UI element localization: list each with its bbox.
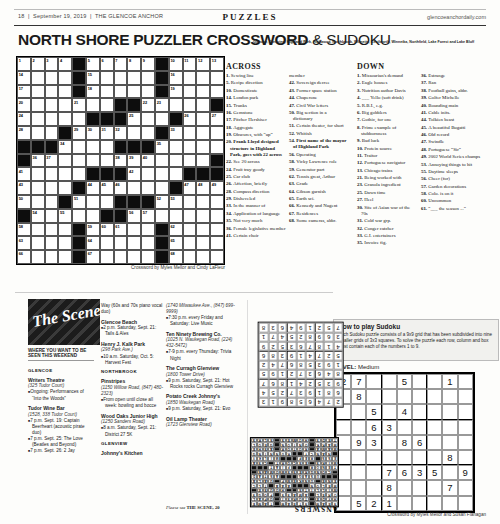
- crossword-cell[interactable]: [141, 112, 155, 126]
- crossword-cell[interactable]: [169, 154, 183, 168]
- crossword-cell[interactable]: [45, 236, 59, 250]
- crossword-cell[interactable]: [58, 71, 72, 85]
- crossword-cell[interactable]: 48: [196, 181, 210, 195]
- sudoku-cell[interactable]: [458, 496, 473, 511]
- sudoku-cell[interactable]: [351, 480, 366, 495]
- sudoku-cell[interactable]: [382, 435, 397, 450]
- crossword-cell[interactable]: [45, 250, 59, 264]
- answer-letter-cell: R: [257, 438, 263, 443]
- crossword-cell[interactable]: 30: [86, 126, 100, 140]
- scene-region: NORTHBROOK: [101, 369, 163, 375]
- crossword-cell[interactable]: 62: [169, 223, 183, 237]
- sudoku-cell[interactable]: [442, 465, 457, 480]
- crossword-cell[interactable]: [45, 85, 59, 99]
- crossword-cell[interactable]: [100, 154, 114, 168]
- crossword-cell[interactable]: [196, 98, 210, 112]
- crossword-cell[interactable]: 32: [114, 126, 128, 140]
- black-cell: [100, 209, 114, 223]
- black-cell: [155, 223, 169, 237]
- clue: 28. Compass direction: [226, 189, 286, 195]
- clue: 41. Certain choir: [226, 233, 286, 239]
- crossword-cell[interactable]: [45, 209, 59, 223]
- sudoku-cell[interactable]: [458, 404, 473, 419]
- crossword-cell[interactable]: [183, 126, 197, 140]
- crossword-cell[interactable]: [100, 250, 114, 264]
- crossword-cell[interactable]: [58, 223, 72, 237]
- crossword-cell[interactable]: [141, 236, 155, 250]
- clue: 16. Gemstone: [226, 110, 286, 116]
- crossword-cell[interactable]: [196, 71, 210, 85]
- crossword-cell[interactable]: [114, 85, 128, 99]
- crossword-cell[interactable]: [196, 154, 210, 168]
- crossword-cell[interactable]: 11: [183, 57, 197, 71]
- crossword-cell[interactable]: [31, 126, 45, 140]
- crossword-cell[interactable]: [114, 71, 128, 85]
- sudoku-cell[interactable]: [412, 450, 427, 465]
- sudoku-cell[interactable]: [366, 465, 381, 480]
- sudoku-cell[interactable]: [366, 374, 381, 389]
- sudoku-cell: 6: [296, 342, 305, 351]
- crossword-cell[interactable]: [72, 167, 86, 181]
- sudoku-cell: 5: [324, 323, 333, 332]
- crossword-cell[interactable]: 65: [169, 236, 183, 250]
- crossword-cell[interactable]: [127, 71, 141, 85]
- crossword-cell[interactable]: [58, 167, 72, 181]
- answer-letter-cell: L: [315, 488, 321, 493]
- sudoku-cell[interactable]: [427, 404, 442, 419]
- crossword-cell[interactable]: [86, 98, 100, 112]
- black-cell: [114, 195, 128, 209]
- crossword-cell[interactable]: 6: [100, 57, 114, 71]
- crossword-cell[interactable]: 63: [17, 236, 31, 250]
- crossword-cell[interactable]: [86, 195, 100, 209]
- crossword-cell[interactable]: 8: [127, 57, 141, 71]
- crossword-cell[interactable]: [210, 140, 224, 154]
- answer-black-cell: [286, 474, 292, 479]
- crossword-cell[interactable]: 42: [127, 167, 141, 181]
- sudoku-cell[interactable]: [397, 389, 412, 404]
- crossword-cell[interactable]: [196, 250, 210, 264]
- crossword-cell[interactable]: 50: [17, 195, 31, 209]
- crossword-cell[interactable]: [183, 85, 197, 99]
- sudoku-cell[interactable]: [351, 420, 366, 435]
- crossword-cell[interactable]: 10: [169, 57, 183, 71]
- sudoku-cell: 2: [287, 369, 296, 378]
- answer-letter-cell: T: [263, 474, 269, 479]
- crossword-cell[interactable]: [210, 209, 224, 223]
- crossword-cell[interactable]: [183, 209, 197, 223]
- crossword-cell[interactable]: [210, 85, 224, 99]
- crossword-cell[interactable]: 39: [127, 154, 141, 168]
- crossword-cell[interactable]: [72, 209, 86, 223]
- crossword-cell[interactable]: [169, 140, 183, 154]
- sudoku-cell[interactable]: [458, 480, 473, 495]
- sudoku-cell[interactable]: [427, 435, 442, 450]
- crossword-cell[interactable]: [155, 154, 169, 168]
- crossword-cell[interactable]: [210, 126, 224, 140]
- crossword-cell[interactable]: 35: [155, 140, 169, 154]
- black-cell: [183, 167, 197, 181]
- answer-letter-cell: N: [326, 452, 332, 457]
- sudoku-cell[interactable]: [427, 480, 442, 495]
- crossword-cell[interactable]: [31, 181, 45, 195]
- crossword-cell[interactable]: [45, 167, 59, 181]
- crossword-cell[interactable]: [58, 112, 72, 126]
- sudoku-cell: 9: [458, 465, 473, 480]
- sudoku-cell[interactable]: [366, 480, 381, 495]
- answer-black-cell: [332, 470, 338, 475]
- crossword-cell[interactable]: [141, 71, 155, 85]
- crossword-cell[interactable]: [45, 195, 59, 209]
- crossword-cell[interactable]: [127, 126, 141, 140]
- crossword-cell[interactable]: 41: [17, 167, 31, 181]
- sudoku-cell[interactable]: [458, 374, 473, 389]
- answer-black-cell: [309, 438, 315, 443]
- crossword-cell[interactable]: [155, 181, 169, 195]
- crossword-cell[interactable]: [196, 209, 210, 223]
- crossword-cell[interactable]: [58, 250, 72, 264]
- crossword-cell[interactable]: 46: [114, 181, 128, 195]
- crossword-cell[interactable]: [72, 112, 86, 126]
- sudoku-cell[interactable]: [427, 450, 442, 465]
- sudoku-cell[interactable]: [412, 420, 427, 435]
- clue: 44. Tolkien beast: [421, 117, 498, 123]
- crossword-cell[interactable]: 28: [17, 126, 31, 140]
- clue: 25. Dawn time: [357, 190, 416, 196]
- crossword-cell[interactable]: [127, 236, 141, 250]
- crossword-cell[interactable]: [100, 140, 114, 154]
- crossword-cell[interactable]: 20: [17, 98, 31, 112]
- sudoku-cell[interactable]: [366, 450, 381, 465]
- crossword-cell[interactable]: 26: [183, 112, 197, 126]
- crossword-cell[interactable]: [183, 98, 197, 112]
- sudoku-cell: 7: [351, 374, 366, 389]
- crossword-cell[interactable]: [210, 71, 224, 85]
- crossword-cell[interactable]: [127, 250, 141, 264]
- black-cell: [17, 209, 31, 223]
- crossword-cell[interactable]: 64: [86, 236, 100, 250]
- sudoku-cell[interactable]: [382, 389, 397, 404]
- sudoku-cell: 9: [324, 360, 333, 369]
- crossword-cell[interactable]: [127, 223, 141, 237]
- crossword-cell[interactable]: 29: [72, 126, 86, 140]
- answer-letter-cell: A: [274, 474, 280, 479]
- crossword-cell[interactable]: 12: [196, 57, 210, 71]
- crossword-cell[interactable]: 14: [17, 71, 31, 85]
- crossword-cell[interactable]: [58, 98, 72, 112]
- scene-venue: Wood Oaks Junior High: [101, 413, 163, 420]
- crossword-cell[interactable]: [45, 98, 59, 112]
- crossword-grid[interactable]: 1234567891011121314151617181920212223242…: [16, 56, 225, 265]
- crossword-cell[interactable]: [31, 195, 45, 209]
- crossword-cell[interactable]: [45, 71, 59, 85]
- crossword-cell[interactable]: [155, 167, 169, 181]
- crossword-cell[interactable]: 33: [169, 126, 183, 140]
- sudoku-cell[interactable]: [442, 404, 457, 419]
- crossword-cell[interactable]: [183, 195, 197, 209]
- crossword-cell[interactable]: 18: [86, 85, 100, 99]
- answer-black-cell: [309, 447, 315, 452]
- sudoku-cell[interactable]: [351, 404, 366, 419]
- crossword-cell[interactable]: [45, 223, 59, 237]
- crossword-cell[interactable]: [100, 85, 114, 99]
- crossword-cell[interactable]: [127, 85, 141, 99]
- crossword-cell[interactable]: [183, 154, 197, 168]
- scene-venue: Tudor Wine Bar: [28, 405, 94, 412]
- crossword-cell[interactable]: 58: [17, 223, 31, 237]
- sudoku-cell: 7: [324, 397, 333, 406]
- crossword-cell[interactable]: [86, 140, 100, 154]
- crossword-cell[interactable]: [196, 140, 210, 154]
- answer-letter-cell: U: [309, 479, 315, 484]
- crossword-cell[interactable]: 2: [31, 57, 45, 71]
- sudoku-cell[interactable]: [458, 389, 473, 404]
- sudoku-cell: 1: [333, 360, 342, 369]
- crossword-cell[interactable]: 31: [100, 126, 114, 140]
- answer-letter-cell: L: [257, 483, 263, 488]
- scene-event: 8 a.m. Saturday, Sept. 21: District 27 5…: [101, 425, 163, 437]
- sudoku-grid[interactable]: 275185463938687635987521: [334, 372, 475, 513]
- crossword-cell[interactable]: 40: [141, 154, 155, 168]
- crossword-cell[interactable]: [183, 71, 197, 85]
- crossword-cell[interactable]: 13: [210, 57, 224, 71]
- crossword-cell[interactable]: 68: [169, 250, 183, 264]
- sudoku-cell[interactable]: [382, 450, 397, 465]
- crossword-cell[interactable]: [155, 112, 169, 126]
- crossword-cell[interactable]: 38: [114, 154, 128, 168]
- answer-letter-cell: N: [326, 479, 332, 484]
- sudoku-cell[interactable]: [382, 404, 397, 419]
- answer-black-cell: [309, 461, 315, 466]
- clue: 9. Bad luck: [357, 138, 416, 144]
- sudoku-cell[interactable]: [336, 420, 351, 435]
- sudoku-cell[interactable]: [427, 496, 442, 511]
- answer-letter-cell: L: [321, 483, 327, 488]
- sudoku-cell[interactable]: [397, 496, 412, 511]
- crossword-cell[interactable]: 27: [210, 112, 224, 126]
- crossword-cell[interactable]: 66: [17, 250, 31, 264]
- crossword-cell[interactable]: 1: [17, 57, 31, 71]
- crossword-cell[interactable]: 25: [127, 112, 141, 126]
- sudoku-cell: 6: [397, 465, 412, 480]
- crossword-cell[interactable]: 60: [100, 223, 114, 237]
- sudoku-cell[interactable]: [427, 420, 442, 435]
- crossword-cell[interactable]: [31, 223, 45, 237]
- crossword-cell[interactable]: [45, 181, 59, 195]
- answer-letter-cell: O: [297, 438, 303, 443]
- answer-letter-cell: E: [326, 465, 332, 470]
- crossword-cell[interactable]: 43: [17, 181, 31, 195]
- clue: 64. Gibson garnish: [289, 189, 347, 195]
- sudoku-cell: 9: [315, 332, 324, 341]
- sudoku-cell[interactable]: [442, 389, 457, 404]
- crossword-cell[interactable]: [86, 209, 100, 223]
- crossword-cell[interactable]: [58, 181, 72, 195]
- crossword-cell[interactable]: [196, 126, 210, 140]
- clue: 38. Football gains, abbr.: [421, 88, 498, 94]
- answer-black-cell: [251, 465, 257, 470]
- crossword-cell[interactable]: [58, 154, 72, 168]
- sudoku-cell[interactable]: [366, 389, 381, 404]
- crossword-cell[interactable]: [210, 195, 224, 209]
- scene-event: 9 p.m. Saturday, Sept. 21: Hot Rocks roc…: [166, 378, 242, 390]
- crossword-cell[interactable]: [31, 250, 45, 264]
- black-cell: [45, 140, 59, 154]
- crossword-cell[interactable]: 3: [45, 57, 59, 71]
- crossword-cell[interactable]: [45, 112, 59, 126]
- sudoku-cell[interactable]: [412, 496, 427, 511]
- crossword-cell[interactable]: 44: [86, 181, 100, 195]
- answer-letter-cell: A: [303, 474, 309, 479]
- crossword-cell[interactable]: [45, 126, 59, 140]
- sudoku-cell[interactable]: [397, 420, 412, 435]
- sudoku-cell[interactable]: [442, 435, 457, 450]
- answer-letter-cell: H: [303, 438, 309, 443]
- sudoku-cell[interactable]: [382, 374, 397, 389]
- crossword-cell[interactable]: 19: [169, 85, 183, 99]
- sudoku-cell[interactable]: [427, 374, 442, 389]
- sudoku-cell[interactable]: [458, 450, 473, 465]
- sudoku-cell[interactable]: [397, 480, 412, 495]
- clue: 47. Civil War letters: [289, 103, 347, 109]
- answer-letter-cell: G: [268, 443, 274, 448]
- crossword-cell[interactable]: [183, 250, 197, 264]
- answer-letter-cell: S: [315, 438, 321, 443]
- crossword-cell[interactable]: 67: [86, 250, 100, 264]
- crossword-cell[interactable]: [114, 250, 128, 264]
- crossword-cell[interactable]: 21: [72, 98, 86, 112]
- crossword-cell[interactable]: [100, 71, 114, 85]
- crossword-cell[interactable]: [58, 85, 72, 99]
- crossword-cell[interactable]: 5: [86, 57, 100, 71]
- crossword-cell[interactable]: 56: [127, 209, 141, 223]
- crossword-cell[interactable]: 34: [58, 140, 72, 154]
- crossword-cell[interactable]: [141, 250, 155, 264]
- crossword-cell[interactable]: 17: [17, 85, 31, 99]
- crossword-cell[interactable]: [141, 126, 155, 140]
- crossword-cell[interactable]: 57: [141, 209, 155, 223]
- sudoku-cell[interactable]: [412, 480, 427, 495]
- crossword-cell[interactable]: 59: [86, 223, 100, 237]
- crossword-cell[interactable]: [196, 236, 210, 250]
- crossword-cell[interactable]: [141, 181, 155, 195]
- sudoku-cell[interactable]: [351, 465, 366, 480]
- mid-rule: [15, 292, 333, 293]
- black-cell: [86, 167, 100, 181]
- crossword-cell[interactable]: [196, 195, 210, 209]
- crossword-cell[interactable]: [31, 236, 45, 250]
- scene-venue: Pinstripes: [101, 378, 163, 385]
- crossword-cell[interactable]: 24: [17, 112, 31, 126]
- crossword-cell[interactable]: 53: [169, 195, 183, 209]
- crossword-cell[interactable]: [31, 85, 45, 99]
- sudoku-cell[interactable]: [412, 404, 427, 419]
- crossword-cell[interactable]: [169, 167, 183, 181]
- crossword-cell[interactable]: [86, 154, 100, 168]
- crossword-cell[interactable]: [210, 223, 224, 237]
- sudoku-cell[interactable]: [458, 420, 473, 435]
- crossword-cell[interactable]: 4: [58, 57, 72, 71]
- crossword-cell[interactable]: [72, 154, 86, 168]
- crossword-cell[interactable]: [183, 236, 197, 250]
- answer-letter-cell: L: [251, 497, 257, 502]
- clue: 66. Kennedy and Nugent: [289, 203, 347, 209]
- sudoku-cell[interactable]: [351, 450, 366, 465]
- crossword-cell[interactable]: [100, 236, 114, 250]
- crossword-cell[interactable]: [100, 98, 114, 112]
- sudoku-cell[interactable]: [458, 435, 473, 450]
- crossword-cell[interactable]: 9: [141, 57, 155, 71]
- clue: 33. G.I. entertainers: [357, 233, 416, 239]
- crossword-cell[interactable]: [169, 209, 183, 223]
- crossword-cell[interactable]: [127, 181, 141, 195]
- answer-letter-cell: E: [257, 488, 263, 493]
- sudoku-cell[interactable]: [442, 496, 457, 511]
- crossword-cell[interactable]: [31, 112, 45, 126]
- crossword-cell[interactable]: [155, 209, 169, 223]
- crossword-cell[interactable]: 54: [31, 209, 45, 223]
- crossword-cell[interactable]: 61: [114, 223, 128, 237]
- crossword-cell[interactable]: [141, 223, 155, 237]
- crossword-cell[interactable]: [114, 236, 128, 250]
- crossword-cell[interactable]: 23: [155, 98, 169, 112]
- crossword-cell[interactable]: [210, 250, 224, 264]
- crossword-cell[interactable]: 15: [86, 71, 100, 85]
- crossword-cell[interactable]: [169, 98, 183, 112]
- crossword-cell[interactable]: [100, 195, 114, 209]
- crossword-cell[interactable]: 22: [141, 98, 155, 112]
- sudoku-cell[interactable]: [397, 450, 412, 465]
- clue: 13. Chicago trains: [357, 168, 416, 174]
- answer-letter-cell: N: [321, 465, 327, 470]
- crossword-cell[interactable]: 7: [114, 57, 128, 71]
- sudoku-cell[interactable]: [412, 389, 427, 404]
- crossword-cell[interactable]: 49: [210, 181, 224, 195]
- crossword-cell[interactable]: [183, 140, 197, 154]
- sudoku-cell[interactable]: [442, 420, 457, 435]
- crossword-cell[interactable]: 47: [183, 181, 197, 195]
- sudoku-cell[interactable]: [412, 374, 427, 389]
- crossword-cell[interactable]: 37: [45, 154, 59, 168]
- crossword-cell[interactable]: [141, 85, 155, 99]
- crossword-cell[interactable]: [72, 140, 86, 154]
- sudoku-cell[interactable]: [427, 389, 442, 404]
- clue: 41. Cable inits.: [421, 110, 498, 116]
- crossword-cell[interactable]: 51: [72, 195, 86, 209]
- scene-event: 7 p.m. Sept. 19: Captain Beerheart (acou…: [28, 418, 94, 436]
- crossword-cell[interactable]: 52: [155, 195, 169, 209]
- crossword-cell[interactable]: 45: [100, 181, 114, 195]
- answer-letter-cell: L: [315, 493, 321, 498]
- crossword-cell[interactable]: [196, 112, 210, 126]
- crossword-cell[interactable]: [196, 85, 210, 99]
- crossword-cell[interactable]: [31, 98, 45, 112]
- clue: 37. Ran: [421, 80, 498, 86]
- answer-letter-cell: P: [297, 456, 303, 461]
- crossword-cell[interactable]: 55: [58, 209, 72, 223]
- answer-letter-cell: M: [321, 447, 327, 452]
- crossword-cell[interactable]: 16: [169, 71, 183, 85]
- answer-letter-cell: K: [315, 443, 321, 448]
- crossword-cell[interactable]: [58, 236, 72, 250]
- crossword-cell[interactable]: 36: [31, 154, 45, 168]
- crossword-cell[interactable]: [210, 236, 224, 250]
- crossword-cell[interactable]: [196, 223, 210, 237]
- crossword-cell[interactable]: [183, 223, 197, 237]
- crossword-cell[interactable]: [31, 71, 45, 85]
- crossword-cell[interactable]: [141, 167, 155, 181]
- crossword-cell[interactable]: [31, 167, 45, 181]
